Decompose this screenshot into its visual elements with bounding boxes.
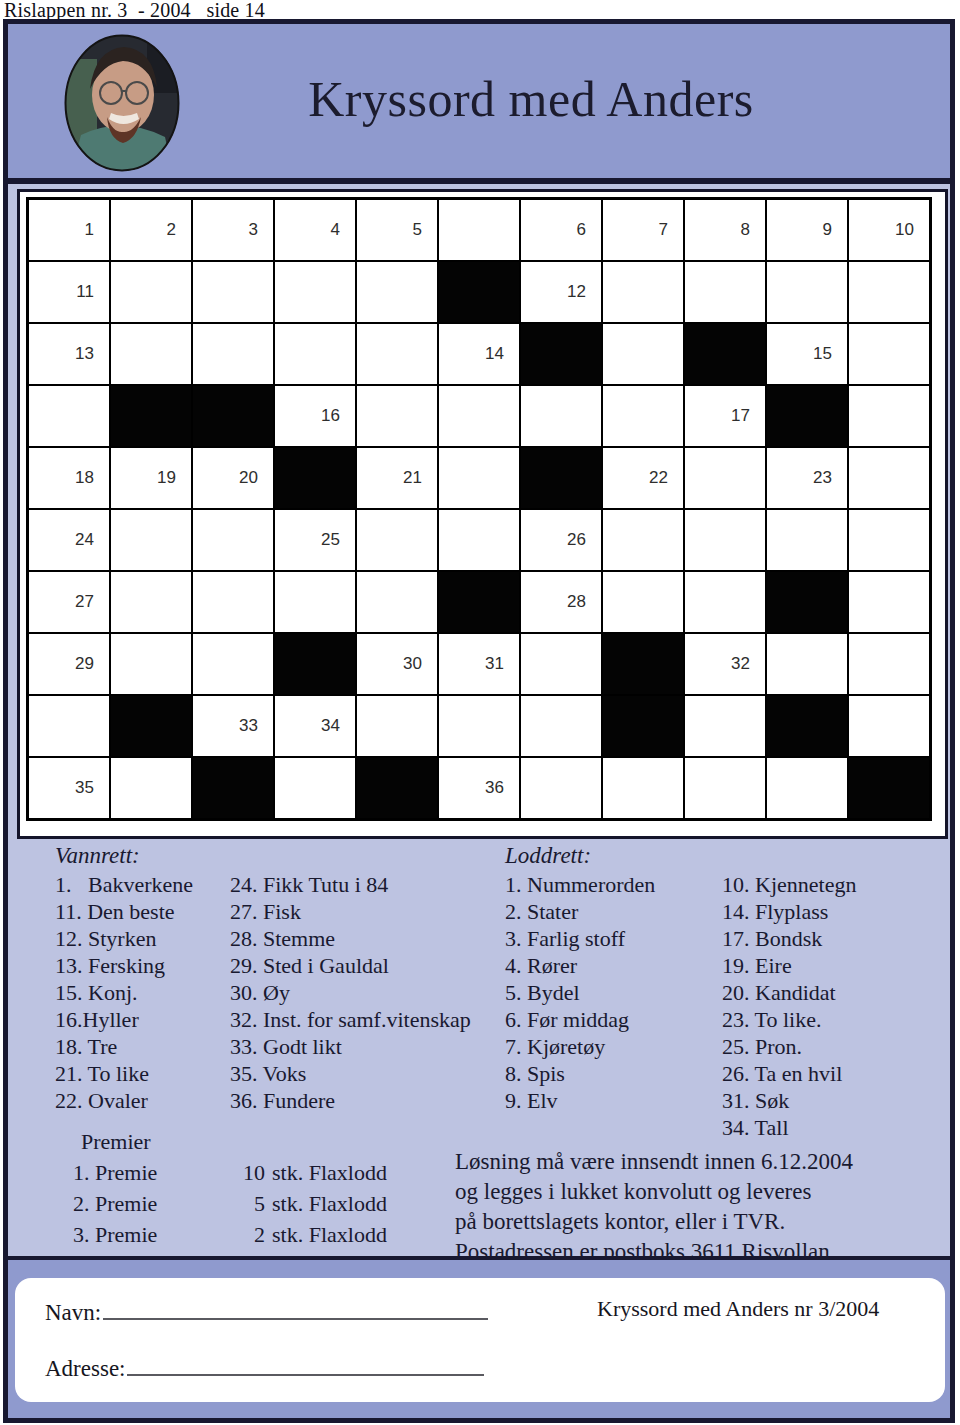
cell-r5c4-black	[274, 447, 356, 509]
cell-r3c7-black	[520, 323, 602, 385]
cell-r9c4[interactable]: 34	[274, 695, 356, 757]
cell-r6c10[interactable]	[766, 509, 848, 571]
cell-r4c7[interactable]	[520, 385, 602, 447]
cell-r1c5[interactable]: 5	[356, 199, 438, 261]
cell-r8c4-black	[274, 633, 356, 695]
cell-r2c7[interactable]: 12	[520, 261, 602, 323]
cell-r4c2-black	[110, 385, 192, 447]
cell-r8c8-black	[602, 633, 684, 695]
name-input-line[interactable]	[103, 1298, 488, 1320]
prizes-rows: 1. Premie10stk. Flaxlodd2. Premie5stk. F…	[73, 1157, 387, 1250]
cell-r8c1[interactable]: 29	[28, 633, 110, 695]
clue-number: 17	[731, 406, 750, 426]
across-clue: 15. Konj.	[55, 979, 193, 1006]
cell-r7c4[interactable]	[274, 571, 356, 633]
cell-r5c10[interactable]: 23	[766, 447, 848, 509]
clue-number: 25	[321, 530, 340, 550]
cell-r10c6[interactable]: 36	[438, 757, 520, 819]
cell-r1c4[interactable]: 4	[274, 199, 356, 261]
across-clue: 1. Bakverkene	[55, 871, 193, 898]
clue-number: 11	[76, 282, 94, 302]
cell-r2c4[interactable]	[274, 261, 356, 323]
cell-r5c8[interactable]: 22	[602, 447, 684, 509]
cell-r7c9[interactable]	[684, 571, 766, 633]
cell-r4c10-black	[766, 385, 848, 447]
cell-r8c7[interactable]	[520, 633, 602, 695]
across-title: Vannrett:	[55, 841, 193, 871]
cell-r7c2[interactable]	[110, 571, 192, 633]
cell-r1c1[interactable]: 1	[28, 199, 110, 261]
cell-r5c11[interactable]	[848, 447, 930, 509]
cell-r6c9[interactable]	[684, 509, 766, 571]
across-clues-col1: 1. Bakverkene11. Den beste12. Styrken13.…	[55, 871, 193, 1114]
cell-r9c5[interactable]	[356, 695, 438, 757]
clue-number: 4	[331, 220, 340, 240]
clue-number: 33	[239, 716, 258, 736]
name-label: Navn:	[45, 1300, 101, 1325]
clue-number: 32	[731, 654, 750, 674]
cell-r2c11[interactable]	[848, 261, 930, 323]
cell-r10c4[interactable]	[274, 757, 356, 819]
clue-number: 24	[75, 530, 94, 550]
prize-prize: stk. Flaxlodd	[272, 1188, 387, 1219]
cell-r3c1[interactable]: 13	[28, 323, 110, 385]
cell-r7c1[interactable]: 27	[28, 571, 110, 633]
clue-number: 5	[413, 220, 422, 240]
cell-r10c3-black	[192, 757, 274, 819]
cell-r3c4[interactable]	[274, 323, 356, 385]
prize-row: 2. Premie5stk. Flaxlodd	[73, 1188, 387, 1219]
cell-r6c8[interactable]	[602, 509, 684, 571]
cell-r3c11[interactable]	[848, 323, 930, 385]
cell-r10c11-black	[848, 757, 930, 819]
clue-number: 6	[577, 220, 586, 240]
across-clue: 27. Fisk	[230, 898, 471, 925]
cell-r9c1[interactable]	[28, 695, 110, 757]
cell-r9c8-black	[602, 695, 684, 757]
cell-r3c10[interactable]: 15	[766, 323, 848, 385]
down-clue: 1. Nummerorden	[505, 871, 655, 898]
down-clue: 25. Pron.	[722, 1033, 856, 1060]
cell-r2c9[interactable]	[684, 261, 766, 323]
prize-prize: stk. Flaxlodd	[272, 1219, 387, 1250]
cell-r7c6-black	[438, 571, 520, 633]
cell-r9c7[interactable]	[520, 695, 602, 757]
cell-r7c7[interactable]: 28	[520, 571, 602, 633]
down-clue: 10. Kjennetegn	[722, 871, 856, 898]
clue-number: 14	[485, 344, 504, 364]
cell-r10c5-black	[356, 757, 438, 819]
clue-number: 30	[403, 654, 422, 674]
cell-r8c10[interactable]	[766, 633, 848, 695]
cell-r3c8[interactable]	[602, 323, 684, 385]
clue-number: 10	[895, 220, 914, 240]
clue-number: 7	[659, 220, 668, 240]
cell-r2c6-black	[438, 261, 520, 323]
page: Rislappen nr. 3 - 2004 side 14	[0, 0, 960, 1425]
down-title: Loddrett:	[505, 841, 655, 871]
cell-r6c6[interactable]	[438, 509, 520, 571]
clue-number: 22	[649, 468, 668, 488]
across-clue: 28. Stemme	[230, 925, 471, 952]
prize-place: 3. Premie	[73, 1219, 225, 1250]
cell-r2c2[interactable]	[110, 261, 192, 323]
cell-r4c5[interactable]	[356, 385, 438, 447]
cell-r6c11[interactable]	[848, 509, 930, 571]
down-clue: 26. Ta en hvil	[722, 1060, 856, 1087]
cell-r6c2[interactable]	[110, 509, 192, 571]
clue-number: 34	[321, 716, 340, 736]
cell-r6c7[interactable]: 26	[520, 509, 602, 571]
cell-r6c3[interactable]	[192, 509, 274, 571]
prize-qty: 10	[225, 1157, 265, 1188]
puzzle-section: 1234567891011121314151617181920212223242…	[8, 184, 950, 1260]
cell-r1c8[interactable]: 7	[602, 199, 684, 261]
cell-r9c9[interactable]	[684, 695, 766, 757]
across-clue: 12. Styrken	[55, 925, 193, 952]
cell-r9c6[interactable]	[438, 695, 520, 757]
page-frame: Kryssord med Anders 12345678910111213141…	[3, 19, 955, 1423]
cell-r2c8[interactable]	[602, 261, 684, 323]
down-clue: 3. Farlig stoff	[505, 925, 655, 952]
cell-r5c1[interactable]: 18	[28, 447, 110, 509]
cell-r8c3[interactable]	[192, 633, 274, 695]
cell-r5c5[interactable]: 21	[356, 447, 438, 509]
entry-form: Navn: Kryssord med Anders nr 3/2004 Adre…	[15, 1278, 945, 1402]
cell-r7c5[interactable]	[356, 571, 438, 633]
down-clue: 17. Bondsk	[722, 925, 856, 952]
header-panel: Kryssord med Anders	[8, 24, 950, 184]
cell-r10c7[interactable]	[520, 757, 602, 819]
cell-r4c3-black	[192, 385, 274, 447]
clue-number: 20	[239, 468, 258, 488]
cell-r1c2[interactable]: 2	[110, 199, 192, 261]
cell-r2c5[interactable]	[356, 261, 438, 323]
across-clue: 21. To like	[55, 1060, 193, 1087]
cell-r10c10[interactable]	[766, 757, 848, 819]
prize-qty: 2	[225, 1219, 265, 1250]
cell-r5c3[interactable]: 20	[192, 447, 274, 509]
cell-r7c10-black	[766, 571, 848, 633]
down-clue: 31. Søk	[722, 1087, 856, 1114]
down-clue: 14. Flyplass	[722, 898, 856, 925]
cell-r1c7[interactable]: 6	[520, 199, 602, 261]
down-clue: 7. Kjøretøy	[505, 1033, 655, 1060]
down-clue: 23. To like.	[722, 1006, 856, 1033]
clue-number: 29	[75, 654, 94, 674]
across-clue: 30. Øy	[230, 979, 471, 1006]
prize-prize: stk. Flaxlodd	[272, 1157, 387, 1188]
across-clues-col2: 24. Fikk Tutu i 8427. Fisk28. Stemme29. …	[230, 871, 471, 1114]
across-clue: 18. Tre	[55, 1033, 193, 1060]
across-clue: 33. Godt likt	[230, 1033, 471, 1060]
down-clue: 34. Tall	[722, 1114, 856, 1141]
cell-r4c1[interactable]	[28, 385, 110, 447]
cell-r1c10[interactable]: 9	[766, 199, 848, 261]
clue-number: 18	[75, 468, 94, 488]
address-input-line[interactable]	[127, 1354, 484, 1376]
prize-row: 1. Premie10stk. Flaxlodd	[73, 1157, 387, 1188]
cell-r8c2[interactable]	[110, 633, 192, 695]
solution-note-line: og legges i lukket konvolutt og leveres	[455, 1177, 853, 1207]
clue-number: 15	[813, 344, 832, 364]
cell-r2c1[interactable]: 11	[28, 261, 110, 323]
clue-number: 27	[75, 592, 94, 612]
prize-qty: 5	[225, 1188, 265, 1219]
cell-r9c11[interactable]	[848, 695, 930, 757]
cell-r7c3[interactable]	[192, 571, 274, 633]
cell-r1c11[interactable]: 10	[848, 199, 930, 261]
cell-r3c3[interactable]	[192, 323, 274, 385]
clue-number: 8	[741, 220, 750, 240]
across-clue: 29. Sted i Gauldal	[230, 952, 471, 979]
page-title: Kryssord med Anders	[8, 70, 950, 128]
cell-r9c3[interactable]: 33	[192, 695, 274, 757]
across-clue: 32. Inst. for samf.vitenskap	[230, 1006, 471, 1033]
prize-place: 1. Premie	[73, 1157, 225, 1188]
across-clue: 36. Fundere	[230, 1087, 471, 1114]
down-clue: 20. Kandidat	[722, 979, 856, 1006]
prizes-title: Premier	[81, 1126, 387, 1157]
down-clue: 8. Spis	[505, 1060, 655, 1087]
crossword-panel: 1234567891011121314151617181920212223242…	[17, 189, 948, 839]
cell-r5c6[interactable]	[438, 447, 520, 509]
clue-number: 12	[567, 282, 586, 302]
cell-r5c2[interactable]: 19	[110, 447, 192, 509]
clue-number: 36	[485, 778, 504, 798]
address-label: Adresse:	[45, 1356, 125, 1381]
cell-r10c2[interactable]	[110, 757, 192, 819]
cell-r4c8[interactable]	[602, 385, 684, 447]
clue-number: 1	[85, 220, 94, 240]
footer-panel: Navn: Kryssord med Anders nr 3/2004 Adre…	[8, 1260, 950, 1418]
down-clue: 9. Elv	[505, 1087, 655, 1114]
down-clues-col2: 10. Kjennetegn14. Flyplass17. Bondsk19. …	[722, 871, 856, 1141]
cell-r9c10-black	[766, 695, 848, 757]
across-clue: 13. Fersking	[55, 952, 193, 979]
cell-r8c6[interactable]: 31	[438, 633, 520, 695]
cell-r4c4[interactable]: 16	[274, 385, 356, 447]
cell-r7c11[interactable]	[848, 571, 930, 633]
cell-r3c5[interactable]	[356, 323, 438, 385]
solution-note-line: Løsning må være innsendt innen 6.12.2004	[455, 1147, 853, 1177]
cell-r3c9-black	[684, 323, 766, 385]
cell-r4c6[interactable]	[438, 385, 520, 447]
across-clue: 24. Fikk Tutu i 84	[230, 871, 471, 898]
across-clues-block: Vannrett: 1. Bakverkene11. Den beste12. …	[55, 841, 193, 1114]
cell-r6c1[interactable]: 24	[28, 509, 110, 571]
cell-r5c9[interactable]	[684, 447, 766, 509]
clue-number: 2	[167, 220, 176, 240]
name-row: Navn:	[45, 1298, 488, 1326]
cell-r2c10[interactable]	[766, 261, 848, 323]
down-clues-col1: 1. Nummerorden2. Stater3. Farlig stoff4.…	[505, 871, 655, 1114]
clue-number: 35	[75, 778, 94, 798]
down-clue: 6. Før middag	[505, 1006, 655, 1033]
cell-r10c1[interactable]: 35	[28, 757, 110, 819]
cell-r3c6[interactable]: 14	[438, 323, 520, 385]
across-clue: 11. Den beste	[55, 898, 193, 925]
across-clue: 16.Hyller	[55, 1006, 193, 1033]
clue-number: 31	[485, 654, 504, 674]
cell-r10c8[interactable]	[602, 757, 684, 819]
cell-r8c5[interactable]: 30	[356, 633, 438, 695]
clue-number: 9	[823, 220, 832, 240]
cell-r4c9[interactable]: 17	[684, 385, 766, 447]
prize-row: 3. Premie2stk. Flaxlodd	[73, 1219, 387, 1250]
cell-r7c8[interactable]	[602, 571, 684, 633]
cell-r1c9[interactable]: 8	[684, 199, 766, 261]
clue-number: 16	[321, 406, 340, 426]
down-clue: 19. Eire	[722, 952, 856, 979]
cell-r9c2-black	[110, 695, 192, 757]
address-row: Adresse:	[45, 1354, 484, 1382]
cell-r8c11[interactable]	[848, 633, 930, 695]
issue-label: Kryssord med Anders nr 3/2004	[597, 1296, 879, 1322]
down-clues-block: Loddrett: 1. Nummerorden2. Stater3. Farl…	[505, 841, 655, 1114]
clue-number: 19	[157, 468, 176, 488]
solution-note: Løsning må være innsendt innen 6.12.2004…	[455, 1147, 853, 1267]
down-clue: 4. Rører	[505, 952, 655, 979]
cell-r6c5[interactable]	[356, 509, 438, 571]
clue-number: 28	[567, 592, 586, 612]
cell-r6c4[interactable]: 25	[274, 509, 356, 571]
clue-number: 26	[567, 530, 586, 550]
cell-r10c9[interactable]	[684, 757, 766, 819]
across-clue: 35. Voks	[230, 1060, 471, 1087]
cell-r5c7-black	[520, 447, 602, 509]
down-clue: 2. Stater	[505, 898, 655, 925]
clue-number: 13	[75, 344, 94, 364]
crossword-grid: 1234567891011121314151617181920212223242…	[26, 197, 932, 821]
prize-place: 2. Premie	[73, 1188, 225, 1219]
clue-number: 23	[813, 468, 832, 488]
cell-r1c3[interactable]: 3	[192, 199, 274, 261]
prizes-block: Premier 1. Premie10stk. Flaxlodd2. Premi…	[73, 1126, 387, 1250]
clue-number: 21	[403, 468, 422, 488]
solution-note-line: på borettslagets kontor, eller i TVR.	[455, 1207, 853, 1237]
cell-r4c11[interactable]	[848, 385, 930, 447]
across-clue: 22. Ovaler	[55, 1087, 193, 1114]
clue-number: 3	[249, 220, 258, 240]
cell-r3c2[interactable]	[110, 323, 192, 385]
cell-r1c6[interactable]	[438, 199, 520, 261]
down-clue: 5. Bydel	[505, 979, 655, 1006]
cell-r2c3[interactable]	[192, 261, 274, 323]
cell-r8c9[interactable]: 32	[684, 633, 766, 695]
